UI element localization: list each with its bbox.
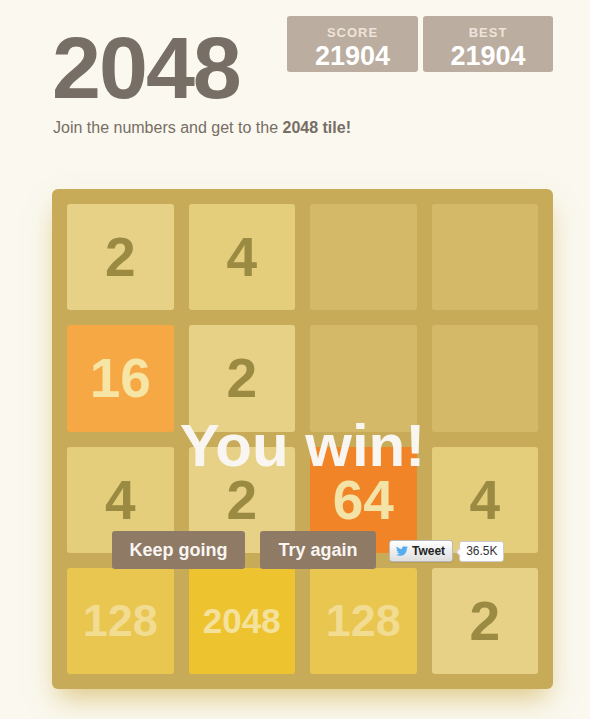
- score-box: SCORE 21904: [287, 16, 418, 72]
- twitter-bird-icon: [395, 545, 409, 557]
- try-again-button[interactable]: Try again: [260, 531, 376, 569]
- best-label: BEST: [423, 25, 553, 40]
- tweet-count-value: 36.5K: [466, 544, 497, 558]
- tweet-widget: Tweet 36.5K: [389, 540, 504, 562]
- win-message: You win!: [52, 411, 553, 480]
- tweet-count-badge[interactable]: 36.5K: [459, 541, 504, 562]
- tweet-count-notch: [455, 547, 463, 555]
- win-overlay: You win! Keep going Try again Tweet 36.5…: [52, 189, 553, 689]
- keep-going-button[interactable]: Keep going: [112, 531, 245, 569]
- subtitle: Join the numbers and get to the 2048 til…: [53, 119, 351, 137]
- subtitle-text: Join the numbers and get to the: [53, 119, 282, 136]
- tweet-button[interactable]: Tweet: [389, 540, 453, 562]
- game-title: 2048: [52, 24, 240, 112]
- subtitle-goal: 2048 tile!: [282, 119, 350, 136]
- best-value: 21904: [423, 41, 553, 72]
- score-label: SCORE: [287, 25, 418, 40]
- tweet-button-label: Tweet: [412, 544, 445, 558]
- score-value: 21904: [287, 41, 418, 72]
- best-box: BEST 21904: [423, 16, 553, 72]
